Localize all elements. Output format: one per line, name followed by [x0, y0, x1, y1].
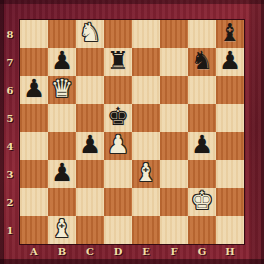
square-h8[interactable]: ♝: [216, 20, 244, 48]
file-label-d: D: [104, 244, 132, 264]
square-f2[interactable]: [160, 188, 188, 216]
file-label-text: F: [170, 246, 177, 257]
file-label-h: H: [216, 244, 244, 264]
square-e5[interactable]: [132, 104, 160, 132]
square-g3[interactable]: [188, 160, 216, 188]
square-f8[interactable]: [160, 20, 188, 48]
square-b1[interactable]: ♝: [48, 216, 76, 244]
square-d1[interactable]: [104, 216, 132, 244]
rank-label-text: 7: [7, 57, 14, 68]
square-h4[interactable]: [216, 132, 244, 160]
square-g6[interactable]: [188, 76, 216, 104]
rank-label-text: 6: [7, 85, 14, 96]
black-bishop[interactable]: ♝: [219, 20, 241, 47]
square-c8[interactable]: ♞: [76, 20, 104, 48]
file-label-text: C: [86, 246, 94, 257]
square-g2[interactable]: ♚: [188, 188, 216, 216]
square-h1[interactable]: [216, 216, 244, 244]
white-queen[interactable]: ♛: [51, 76, 73, 103]
square-a6[interactable]: ♟: [20, 76, 48, 104]
white-bishop[interactable]: ♝: [135, 160, 157, 187]
square-g7[interactable]: ♞: [188, 48, 216, 76]
square-h7[interactable]: ♟: [216, 48, 244, 76]
square-a2[interactable]: [20, 188, 48, 216]
file-labels: ABCDEFGH: [20, 244, 244, 264]
square-b8[interactable]: [48, 20, 76, 48]
rank-label-text: 5: [7, 113, 14, 124]
rank-labels: 87654321: [0, 20, 20, 244]
square-f3[interactable]: [160, 160, 188, 188]
rank-label-2: 2: [0, 188, 20, 216]
square-a3[interactable]: [20, 160, 48, 188]
rank-label-text: 8: [7, 29, 14, 40]
file-label-c: C: [76, 244, 104, 264]
square-g8[interactable]: [188, 20, 216, 48]
file-label-text: D: [114, 246, 123, 257]
rank-label-6: 6: [0, 76, 20, 104]
square-g1[interactable]: [188, 216, 216, 244]
square-c7[interactable]: [76, 48, 104, 76]
rank-label-text: 3: [7, 169, 14, 180]
square-h6[interactable]: [216, 76, 244, 104]
black-pawn[interactable]: ♟: [191, 132, 213, 159]
square-b7[interactable]: ♟: [48, 48, 76, 76]
square-c2[interactable]: [76, 188, 104, 216]
rank-label-text: 1: [7, 225, 14, 236]
file-label-f: F: [160, 244, 188, 264]
square-g4[interactable]: ♟: [188, 132, 216, 160]
file-label-a: A: [20, 244, 48, 264]
chess-position-screenshot: 87654321 ABCDEFGH ♞♝♟♜♞♟♟♛♚♟♟♟♟♝♚♝: [0, 0, 264, 264]
white-bishop[interactable]: ♝: [51, 216, 73, 243]
square-c4[interactable]: ♟: [76, 132, 104, 160]
black-pawn[interactable]: ♟: [51, 48, 73, 75]
square-f1[interactable]: [160, 216, 188, 244]
file-label-text: H: [225, 246, 234, 257]
rank-label-8: 8: [0, 20, 20, 48]
square-f6[interactable]: [160, 76, 188, 104]
white-king[interactable]: ♚: [191, 188, 213, 215]
file-label-b: B: [48, 244, 76, 264]
black-pawn[interactable]: ♟: [219, 48, 241, 75]
white-knight[interactable]: ♞: [79, 20, 101, 47]
square-e2[interactable]: [132, 188, 160, 216]
white-pawn[interactable]: ♟: [107, 132, 129, 159]
black-pawn[interactable]: ♟: [51, 160, 73, 187]
file-label-g: G: [188, 244, 216, 264]
square-c5[interactable]: [76, 104, 104, 132]
file-label-e: E: [132, 244, 160, 264]
square-f7[interactable]: [160, 48, 188, 76]
rank-label-1: 1: [0, 216, 20, 244]
square-h5[interactable]: [216, 104, 244, 132]
square-b3[interactable]: ♟: [48, 160, 76, 188]
square-f5[interactable]: [160, 104, 188, 132]
square-a5[interactable]: [20, 104, 48, 132]
square-b6[interactable]: ♛: [48, 76, 76, 104]
square-h3[interactable]: [216, 160, 244, 188]
square-c1[interactable]: [76, 216, 104, 244]
square-d7[interactable]: ♜: [104, 48, 132, 76]
rank-label-text: 4: [7, 141, 14, 152]
black-pawn[interactable]: ♟: [23, 76, 45, 103]
square-g5[interactable]: [188, 104, 216, 132]
square-c6[interactable]: [76, 76, 104, 104]
square-d3[interactable]: [104, 160, 132, 188]
rank-label-7: 7: [0, 48, 20, 76]
square-a1[interactable]: [20, 216, 48, 244]
file-label-text: E: [142, 246, 150, 257]
black-rook[interactable]: ♜: [107, 48, 129, 75]
square-a4[interactable]: [20, 132, 48, 160]
square-a8[interactable]: [20, 20, 48, 48]
square-d2[interactable]: [104, 188, 132, 216]
file-label-text: B: [58, 246, 66, 257]
black-knight[interactable]: ♞: [191, 48, 213, 75]
chess-board: ♞♝♟♜♞♟♟♛♚♟♟♟♟♝♚♝: [20, 20, 244, 244]
square-e7[interactable]: [132, 48, 160, 76]
rank-label-text: 2: [7, 197, 14, 208]
square-d5[interactable]: ♚: [104, 104, 132, 132]
square-b2[interactable]: [48, 188, 76, 216]
square-e4[interactable]: [132, 132, 160, 160]
black-king[interactable]: ♚: [107, 104, 129, 131]
square-h2[interactable]: [216, 188, 244, 216]
square-d6[interactable]: [104, 76, 132, 104]
square-c3[interactable]: [76, 160, 104, 188]
square-e3[interactable]: ♝: [132, 160, 160, 188]
file-label-text: G: [198, 246, 207, 257]
square-e1[interactable]: [132, 216, 160, 244]
file-label-text: A: [30, 246, 38, 257]
square-d4[interactable]: ♟: [104, 132, 132, 160]
square-d8[interactable]: [104, 20, 132, 48]
rank-label-3: 3: [0, 160, 20, 188]
square-b5[interactable]: [48, 104, 76, 132]
square-b4[interactable]: [48, 132, 76, 160]
square-f4[interactable]: [160, 132, 188, 160]
rank-label-4: 4: [0, 132, 20, 160]
square-e8[interactable]: [132, 20, 160, 48]
square-e6[interactable]: [132, 76, 160, 104]
square-a7[interactable]: [20, 48, 48, 76]
rank-label-5: 5: [0, 104, 20, 132]
black-pawn[interactable]: ♟: [79, 132, 101, 159]
